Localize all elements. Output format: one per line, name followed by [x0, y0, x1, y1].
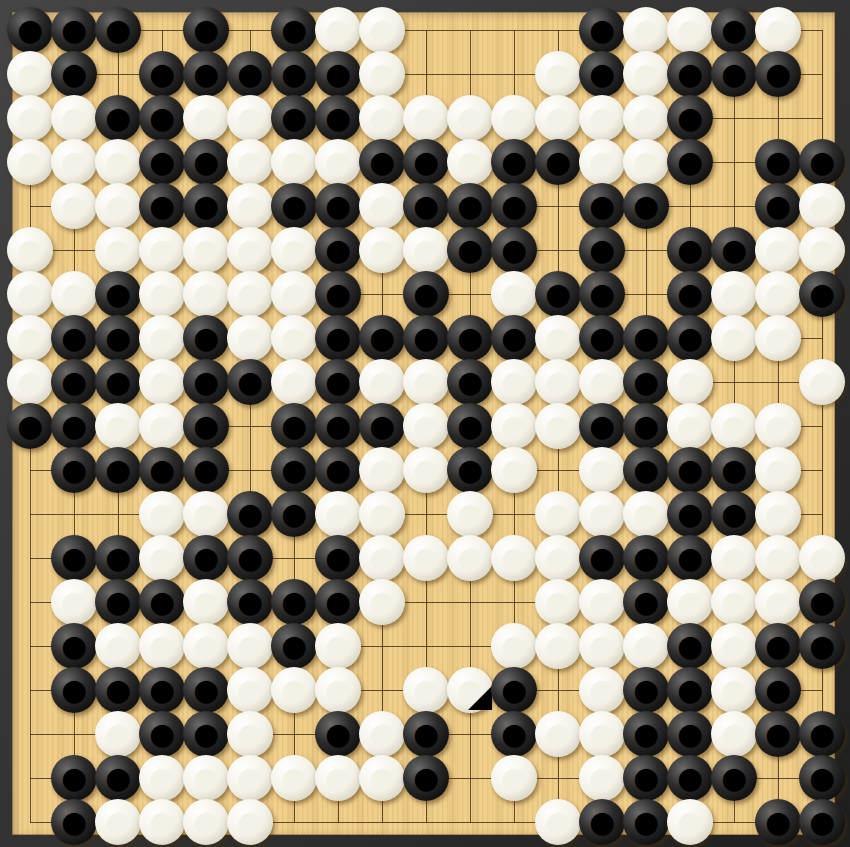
board-point-c3-r13[interactable]: ● — [95, 535, 141, 581]
board-point-c8-r4[interactable]: ● — [315, 139, 361, 185]
board-point-c14-r2[interactable]: ● — [579, 51, 625, 97]
board-point-c18-r11[interactable]: ● — [755, 447, 801, 493]
board-point-c7-r13[interactable] — [271, 535, 317, 581]
board-point-c10-r12[interactable] — [403, 491, 449, 537]
board-point-c15-r5[interactable]: ● — [623, 183, 669, 229]
board-point-c8-r15[interactable]: ● — [315, 623, 361, 669]
board-point-c16-r13[interactable]: ● — [667, 535, 713, 581]
board-point-c16-r1[interactable]: ● — [667, 7, 713, 53]
board-point-c15-r19[interactable]: ● — [623, 799, 669, 845]
board-point-c1-r5[interactable] — [7, 183, 53, 229]
board-point-c15-r7[interactable] — [623, 271, 669, 317]
board-point-c17-r8[interactable]: ● — [711, 315, 757, 361]
board-point-c11-r14[interactable] — [447, 579, 493, 625]
board-point-c5-r18[interactable]: ● — [183, 755, 229, 801]
board-point-c18-r9[interactable] — [755, 359, 801, 405]
board-point-c18-r5[interactable]: ● — [755, 183, 801, 229]
board-point-c15-r12[interactable]: ● — [623, 491, 669, 537]
board-point-c6-r9[interactable]: ● — [227, 359, 273, 405]
board-point-c17-r15[interactable]: ● — [711, 623, 757, 669]
board-point-c14-r19[interactable]: ● — [579, 799, 625, 845]
board-point-c4-r8[interactable]: ● — [139, 315, 185, 361]
board-point-c15-r17[interactable]: ● — [623, 711, 669, 757]
board-point-c4-r4[interactable]: ● — [139, 139, 185, 185]
board-point-c12-r9[interactable]: ● — [491, 359, 537, 405]
board-point-c16-r19[interactable]: ● — [667, 799, 713, 845]
board-point-c17-r18[interactable]: ● — [711, 755, 757, 801]
board-point-c7-r17[interactable] — [271, 711, 317, 757]
board-point-c5-r13[interactable]: ● — [183, 535, 229, 581]
board-point-c3-r8[interactable]: ● — [95, 315, 141, 361]
board-point-c16-r4[interactable]: ● — [667, 139, 713, 185]
board-point-c19-r17[interactable]: ● — [799, 711, 845, 757]
board-point-c13-r19[interactable]: ● — [535, 799, 581, 845]
board-point-c10-r15[interactable] — [403, 623, 449, 669]
board-point-c1-r18[interactable] — [7, 755, 53, 801]
board-point-c17-r3[interactable] — [711, 95, 757, 141]
board-point-c13-r4[interactable]: ● — [535, 139, 581, 185]
board-point-c17-r11[interactable]: ● — [711, 447, 757, 493]
board-point-c19-r12[interactable] — [799, 491, 845, 537]
board-point-c5-r11[interactable]: ● — [183, 447, 229, 493]
board-point-c13-r5[interactable] — [535, 183, 581, 229]
board-point-c8-r16[interactable]: ● — [315, 667, 361, 713]
board-point-c14-r17[interactable]: ● — [579, 711, 625, 757]
board-point-c2-r3[interactable]: ● — [51, 95, 97, 141]
board-point-c4-r13[interactable]: ● — [139, 535, 185, 581]
board-point-c16-r5[interactable] — [667, 183, 713, 229]
board-point-c12-r16[interactable]: ● — [491, 667, 537, 713]
board-point-c14-r16[interactable]: ● — [579, 667, 625, 713]
board-point-c18-r12[interactable]: ● — [755, 491, 801, 537]
board-point-c14-r9[interactable]: ● — [579, 359, 625, 405]
board-point-c19-r13[interactable]: ● — [799, 535, 845, 581]
board-point-c18-r2[interactable]: ● — [755, 51, 801, 97]
board-point-c7-r15[interactable]: ● — [271, 623, 317, 669]
board-point-c6-r5[interactable]: ● — [227, 183, 273, 229]
board-point-c6-r10[interactable] — [227, 403, 273, 449]
board-point-c5-r7[interactable]: ● — [183, 271, 229, 317]
board-point-c15-r15[interactable]: ● — [623, 623, 669, 669]
board-point-c17-r7[interactable]: ● — [711, 271, 757, 317]
board-point-c2-r11[interactable]: ● — [51, 447, 97, 493]
board-point-c13-r11[interactable] — [535, 447, 581, 493]
board-point-c17-r5[interactable] — [711, 183, 757, 229]
board-point-c14-r7[interactable]: ● — [579, 271, 625, 317]
board-point-c6-r7[interactable]: ● — [227, 271, 273, 317]
board-point-c10-r8[interactable]: ● — [403, 315, 449, 361]
board-point-c15-r10[interactable]: ● — [623, 403, 669, 449]
board-point-c4-r7[interactable]: ● — [139, 271, 185, 317]
board-point-c14-r8[interactable]: ● — [579, 315, 625, 361]
board-point-c7-r12[interactable]: ● — [271, 491, 317, 537]
board-point-c2-r7[interactable]: ● — [51, 271, 97, 317]
board-point-c15-r16[interactable]: ● — [623, 667, 669, 713]
board-point-c11-r13[interactable]: ● — [447, 535, 493, 581]
board-point-c7-r6[interactable]: ● — [271, 227, 317, 273]
board-point-c13-r14[interactable]: ● — [535, 579, 581, 625]
board-point-c9-r10[interactable]: ● — [359, 403, 405, 449]
board-point-c7-r1[interactable]: ● — [271, 7, 317, 53]
board-point-c15-r14[interactable]: ● — [623, 579, 669, 625]
board-point-c9-r13[interactable]: ● — [359, 535, 405, 581]
board-point-c12-r6[interactable]: ● — [491, 227, 537, 273]
board-point-c1-r19[interactable] — [7, 799, 53, 845]
board-point-c9-r3[interactable]: ● — [359, 95, 405, 141]
board-point-c12-r4[interactable]: ● — [491, 139, 537, 185]
board-point-c14-r11[interactable]: ● — [579, 447, 625, 493]
board-point-c7-r7[interactable]: ● — [271, 271, 317, 317]
board-point-c10-r16[interactable]: ● — [403, 667, 449, 713]
board-point-c11-r19[interactable] — [447, 799, 493, 845]
board-point-c19-r2[interactable] — [799, 51, 845, 97]
board-point-c9-r16[interactable] — [359, 667, 405, 713]
board-point-c13-r8[interactable]: ● — [535, 315, 581, 361]
board-point-c12-r3[interactable]: ● — [491, 95, 537, 141]
board-point-c9-r11[interactable]: ● — [359, 447, 405, 493]
board-point-c3-r6[interactable]: ● — [95, 227, 141, 273]
board-point-c11-r7[interactable] — [447, 271, 493, 317]
board-point-c18-r3[interactable] — [755, 95, 801, 141]
board-point-c3-r18[interactable]: ● — [95, 755, 141, 801]
board-point-c17-r10[interactable]: ● — [711, 403, 757, 449]
board-point-c10-r19[interactable] — [403, 799, 449, 845]
board-point-c8-r2[interactable]: ● — [315, 51, 361, 97]
board-point-c6-r15[interactable]: ● — [227, 623, 273, 669]
board-point-c9-r7[interactable] — [359, 271, 405, 317]
board-point-c1-r12[interactable] — [7, 491, 53, 537]
board-point-c19-r7[interactable]: ● — [799, 271, 845, 317]
board-point-c15-r9[interactable]: ● — [623, 359, 669, 405]
board-point-c2-r12[interactable] — [51, 491, 97, 537]
board-point-c11-r18[interactable] — [447, 755, 493, 801]
board-point-c12-r12[interactable] — [491, 491, 537, 537]
board-point-c13-r6[interactable] — [535, 227, 581, 273]
board-point-c6-r12[interactable]: ● — [227, 491, 273, 537]
board-point-c15-r8[interactable]: ● — [623, 315, 669, 361]
board-point-c17-r6[interactable]: ● — [711, 227, 757, 273]
board-point-c11-r3[interactable]: ● — [447, 95, 493, 141]
board-point-c11-r11[interactable]: ● — [447, 447, 493, 493]
board-point-c2-r19[interactable]: ● — [51, 799, 97, 845]
board-point-c4-r1[interactable] — [139, 7, 185, 53]
board-point-c17-r19[interactable] — [711, 799, 757, 845]
board-point-c9-r14[interactable]: ● — [359, 579, 405, 625]
board-point-c12-r7[interactable]: ● — [491, 271, 537, 317]
board-point-c3-r3[interactable]: ● — [95, 95, 141, 141]
board-point-c13-r18[interactable] — [535, 755, 581, 801]
board-point-c18-r16[interactable]: ● — [755, 667, 801, 713]
board-point-c2-r4[interactable]: ● — [51, 139, 97, 185]
board-point-c4-r16[interactable]: ● — [139, 667, 185, 713]
board-point-c17-r2[interactable]: ● — [711, 51, 757, 97]
board-point-c14-r13[interactable]: ● — [579, 535, 625, 581]
board-point-c5-r4[interactable]: ● — [183, 139, 229, 185]
board-point-c18-r17[interactable]: ● — [755, 711, 801, 757]
board-point-c3-r14[interactable]: ● — [95, 579, 141, 625]
board-point-c4-r5[interactable]: ● — [139, 183, 185, 229]
board-point-c5-r8[interactable]: ● — [183, 315, 229, 361]
board-point-c7-r5[interactable]: ● — [271, 183, 317, 229]
board-point-c18-r18[interactable] — [755, 755, 801, 801]
board-point-c11-r9[interactable]: ● — [447, 359, 493, 405]
board-point-c6-r13[interactable]: ● — [227, 535, 273, 581]
board-point-c13-r3[interactable]: ● — [535, 95, 581, 141]
board-point-c12-r5[interactable]: ● — [491, 183, 537, 229]
board-point-c6-r2[interactable]: ● — [227, 51, 273, 97]
board-point-c16-r14[interactable]: ● — [667, 579, 713, 625]
board-point-c6-r17[interactable]: ● — [227, 711, 273, 757]
board-point-c19-r4[interactable]: ● — [799, 139, 845, 185]
board-point-c18-r19[interactable]: ● — [755, 799, 801, 845]
board-point-c13-r16[interactable] — [535, 667, 581, 713]
board-point-c12-r11[interactable]: ● — [491, 447, 537, 493]
board-point-c4-r12[interactable]: ● — [139, 491, 185, 537]
board-point-c6-r11[interactable] — [227, 447, 273, 493]
board-point-c1-r1[interactable]: ● — [7, 7, 53, 53]
board-point-c12-r2[interactable] — [491, 51, 537, 97]
board-point-c14-r14[interactable]: ● — [579, 579, 625, 625]
board-point-c9-r6[interactable]: ● — [359, 227, 405, 273]
board-point-c3-r7[interactable]: ● — [95, 271, 141, 317]
board-point-c1-r2[interactable]: ● — [7, 51, 53, 97]
board-point-c19-r6[interactable]: ● — [799, 227, 845, 273]
board-point-c6-r18[interactable]: ● — [227, 755, 273, 801]
board-point-c12-r15[interactable]: ● — [491, 623, 537, 669]
board-point-c12-r14[interactable] — [491, 579, 537, 625]
board-point-c8-r5[interactable]: ● — [315, 183, 361, 229]
board-point-c8-r14[interactable]: ● — [315, 579, 361, 625]
board-point-c2-r13[interactable]: ● — [51, 535, 97, 581]
board-point-c13-r1[interactable] — [535, 7, 581, 53]
board-point-c1-r9[interactable]: ● — [7, 359, 53, 405]
board-point-c8-r19[interactable] — [315, 799, 361, 845]
board-point-c3-r2[interactable] — [95, 51, 141, 97]
board-point-c13-r13[interactable]: ● — [535, 535, 581, 581]
board-point-c10-r6[interactable]: ● — [403, 227, 449, 273]
board-point-c2-r6[interactable] — [51, 227, 97, 273]
board-point-c11-r4[interactable]: ● — [447, 139, 493, 185]
board-point-c2-r10[interactable]: ● — [51, 403, 97, 449]
board-point-c5-r6[interactable]: ● — [183, 227, 229, 273]
board-point-c8-r9[interactable]: ● — [315, 359, 361, 405]
board-point-c3-r17[interactable]: ● — [95, 711, 141, 757]
board-point-c13-r12[interactable]: ● — [535, 491, 581, 537]
board-point-c14-r4[interactable]: ● — [579, 139, 625, 185]
board-point-c6-r6[interactable]: ● — [227, 227, 273, 273]
board-point-c6-r14[interactable]: ● — [227, 579, 273, 625]
board-point-c18-r8[interactable]: ● — [755, 315, 801, 361]
board-point-c8-r18[interactable]: ● — [315, 755, 361, 801]
board-point-c5-r2[interactable]: ● — [183, 51, 229, 97]
board-point-c16-r7[interactable]: ● — [667, 271, 713, 317]
board-point-c3-r4[interactable]: ● — [95, 139, 141, 185]
board-point-c13-r15[interactable]: ● — [535, 623, 581, 669]
board-point-c17-r17[interactable]: ● — [711, 711, 757, 757]
board-point-c18-r14[interactable]: ● — [755, 579, 801, 625]
board-point-c12-r18[interactable]: ● — [491, 755, 537, 801]
board-point-c4-r10[interactable]: ● — [139, 403, 185, 449]
board-point-c19-r8[interactable] — [799, 315, 845, 361]
board-point-c2-r15[interactable]: ● — [51, 623, 97, 669]
board-point-c6-r4[interactable]: ● — [227, 139, 273, 185]
board-point-c10-r17[interactable]: ● — [403, 711, 449, 757]
board-point-c15-r18[interactable]: ● — [623, 755, 669, 801]
board-point-c18-r4[interactable]: ● — [755, 139, 801, 185]
board-point-c4-r2[interactable]: ● — [139, 51, 185, 97]
board-point-c1-r15[interactable] — [7, 623, 53, 669]
board-point-c18-r6[interactable]: ● — [755, 227, 801, 273]
board-point-c5-r15[interactable]: ● — [183, 623, 229, 669]
board-point-c4-r3[interactable]: ● — [139, 95, 185, 141]
board-point-c8-r10[interactable]: ● — [315, 403, 361, 449]
board-point-c3-r9[interactable]: ● — [95, 359, 141, 405]
board-point-c4-r15[interactable]: ● — [139, 623, 185, 669]
board-point-c12-r8[interactable]: ● — [491, 315, 537, 361]
board-point-c14-r6[interactable]: ● — [579, 227, 625, 273]
board-point-c3-r10[interactable]: ● — [95, 403, 141, 449]
board-point-c16-r3[interactable]: ● — [667, 95, 713, 141]
board-point-c16-r8[interactable]: ● — [667, 315, 713, 361]
board-point-c3-r15[interactable]: ● — [95, 623, 141, 669]
board-point-c12-r13[interactable]: ● — [491, 535, 537, 581]
board-point-c7-r10[interactable]: ● — [271, 403, 317, 449]
board-point-c13-r9[interactable]: ● — [535, 359, 581, 405]
board-point-c1-r17[interactable] — [7, 711, 53, 757]
board-point-c14-r15[interactable]: ● — [579, 623, 625, 669]
board-point-c7-r19[interactable] — [271, 799, 317, 845]
board-point-c10-r18[interactable]: ● — [403, 755, 449, 801]
board-point-c16-r10[interactable]: ● — [667, 403, 713, 449]
board-point-c17-r13[interactable]: ● — [711, 535, 757, 581]
board-point-c9-r5[interactable]: ● — [359, 183, 405, 229]
board-point-c2-r1[interactable]: ● — [51, 7, 97, 53]
board-point-c8-r3[interactable]: ● — [315, 95, 361, 141]
board-point-c17-r1[interactable]: ● — [711, 7, 757, 53]
board-point-c5-r9[interactable]: ● — [183, 359, 229, 405]
board-point-c9-r19[interactable] — [359, 799, 405, 845]
board-point-c9-r8[interactable]: ● — [359, 315, 405, 361]
board-point-c9-r17[interactable]: ● — [359, 711, 405, 757]
board-point-c7-r4[interactable]: ● — [271, 139, 317, 185]
board-point-c6-r3[interactable]: ● — [227, 95, 273, 141]
board-point-c10-r1[interactable] — [403, 7, 449, 53]
board-point-c5-r1[interactable]: ● — [183, 7, 229, 53]
board-point-c9-r12[interactable]: ● — [359, 491, 405, 537]
board-point-c9-r15[interactable] — [359, 623, 405, 669]
board-point-c1-r11[interactable] — [7, 447, 53, 493]
board-point-c17-r12[interactable]: ● — [711, 491, 757, 537]
board-point-c17-r4[interactable] — [711, 139, 757, 185]
board-point-c16-r17[interactable]: ● — [667, 711, 713, 757]
board-point-c16-r16[interactable]: ● — [667, 667, 713, 713]
board-point-c18-r10[interactable]: ● — [755, 403, 801, 449]
board-point-c9-r1[interactable]: ● — [359, 7, 405, 53]
board-point-c12-r17[interactable]: ● — [491, 711, 537, 757]
board-point-c8-r1[interactable]: ● — [315, 7, 361, 53]
board-point-c13-r7[interactable]: ● — [535, 271, 581, 317]
board-point-c14-r12[interactable]: ● — [579, 491, 625, 537]
board-point-c19-r14[interactable]: ● — [799, 579, 845, 625]
board-point-c12-r1[interactable] — [491, 7, 537, 53]
board-point-c7-r8[interactable]: ● — [271, 315, 317, 361]
board-point-c5-r5[interactable]: ● — [183, 183, 229, 229]
board-point-c10-r10[interactable]: ● — [403, 403, 449, 449]
board-point-c9-r4[interactable]: ● — [359, 139, 405, 185]
board-point-c1-r6[interactable]: ● — [7, 227, 53, 273]
board-point-c4-r14[interactable]: ● — [139, 579, 185, 625]
board-point-c19-r19[interactable]: ● — [799, 799, 845, 845]
board-point-c4-r11[interactable]: ● — [139, 447, 185, 493]
board-point-c16-r9[interactable]: ● — [667, 359, 713, 405]
board-point-c16-r15[interactable]: ● — [667, 623, 713, 669]
board-point-c15-r11[interactable]: ● — [623, 447, 669, 493]
board-point-c10-r5[interactable]: ● — [403, 183, 449, 229]
board-point-c5-r12[interactable]: ● — [183, 491, 229, 537]
board-point-c7-r18[interactable]: ● — [271, 755, 317, 801]
board-point-c15-r2[interactable]: ● — [623, 51, 669, 97]
board-point-c1-r14[interactable] — [7, 579, 53, 625]
board-point-c6-r8[interactable]: ● — [227, 315, 273, 361]
board-point-c8-r8[interactable]: ● — [315, 315, 361, 361]
board-point-c8-r7[interactable]: ● — [315, 271, 361, 317]
board-point-c17-r16[interactable]: ● — [711, 667, 757, 713]
board-point-c17-r9[interactable] — [711, 359, 757, 405]
board-point-c2-r17[interactable] — [51, 711, 97, 757]
board-point-c16-r6[interactable]: ● — [667, 227, 713, 273]
board-point-c10-r11[interactable]: ● — [403, 447, 449, 493]
board-point-c4-r19[interactable]: ● — [139, 799, 185, 845]
board-point-c10-r3[interactable]: ● — [403, 95, 449, 141]
board-point-c3-r1[interactable]: ● — [95, 7, 141, 53]
board-point-c10-r2[interactable] — [403, 51, 449, 97]
board-point-c7-r14[interactable]: ● — [271, 579, 317, 625]
board-point-c16-r12[interactable]: ● — [667, 491, 713, 537]
board-point-c6-r1[interactable] — [227, 7, 273, 53]
board-point-c5-r19[interactable]: ● — [183, 799, 229, 845]
board-point-c6-r16[interactable]: ● — [227, 667, 273, 713]
board-point-c8-r12[interactable]: ● — [315, 491, 361, 537]
board-point-c12-r10[interactable]: ● — [491, 403, 537, 449]
board-point-c19-r11[interactable] — [799, 447, 845, 493]
board-point-c3-r12[interactable] — [95, 491, 141, 537]
board-point-c1-r10[interactable]: ● — [7, 403, 53, 449]
board-point-c5-r17[interactable]: ● — [183, 711, 229, 757]
board-point-c11-r17[interactable] — [447, 711, 493, 757]
board-point-c5-r14[interactable]: ● — [183, 579, 229, 625]
board-point-c7-r2[interactable]: ● — [271, 51, 317, 97]
board-point-c11-r8[interactable]: ● — [447, 315, 493, 361]
board-point-c10-r4[interactable]: ● — [403, 139, 449, 185]
board-point-c19-r3[interactable] — [799, 95, 845, 141]
board-point-c10-r14[interactable] — [403, 579, 449, 625]
board-point-c13-r10[interactable]: ● — [535, 403, 581, 449]
board-point-c14-r3[interactable]: ● — [579, 95, 625, 141]
board-point-c2-r16[interactable]: ● — [51, 667, 97, 713]
board-point-c11-r10[interactable]: ● — [447, 403, 493, 449]
board-point-c2-r18[interactable]: ● — [51, 755, 97, 801]
board-point-c5-r16[interactable]: ● — [183, 667, 229, 713]
board-point-c15-r3[interactable]: ● — [623, 95, 669, 141]
board-point-c9-r18[interactable]: ● — [359, 755, 405, 801]
board-point-c3-r16[interactable]: ● — [95, 667, 141, 713]
board-point-c4-r18[interactable]: ● — [139, 755, 185, 801]
board-point-c9-r2[interactable]: ● — [359, 51, 405, 97]
board-point-c4-r6[interactable]: ● — [139, 227, 185, 273]
board-point-c11-r6[interactable]: ● — [447, 227, 493, 273]
board-point-c14-r1[interactable]: ● — [579, 7, 625, 53]
board-point-c15-r1[interactable]: ● — [623, 7, 669, 53]
